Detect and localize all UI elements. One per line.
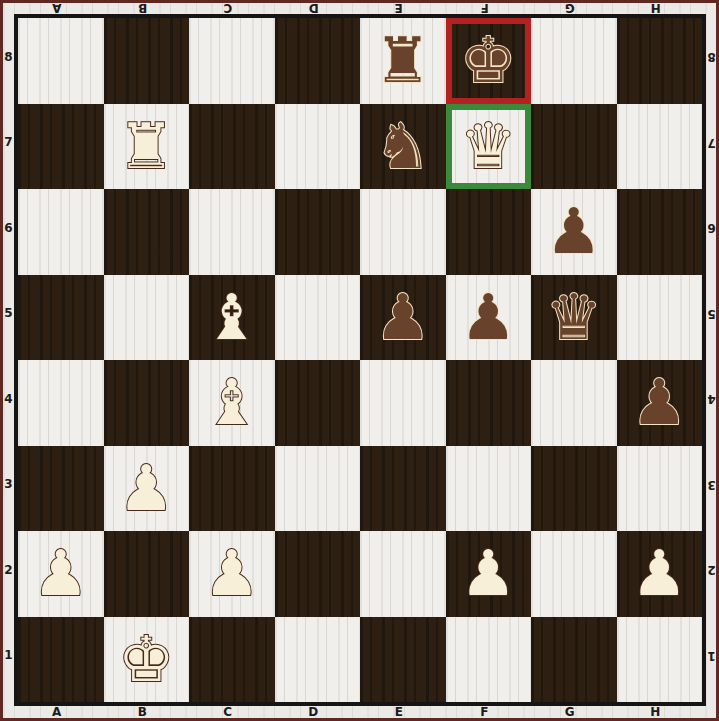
square-b2[interactable] (104, 531, 190, 617)
file-label: B (100, 705, 186, 718)
rank-label: 3 (3, 442, 14, 528)
rank-label: 6 (705, 185, 718, 271)
square-b7[interactable]: ♜ (104, 104, 190, 190)
square-e1[interactable] (360, 617, 446, 703)
square-g5[interactable]: ♛ (531, 275, 617, 361)
piece-black-pawn[interactable]: ♟ (375, 286, 431, 349)
rank-label: 7 (3, 100, 14, 186)
square-e8[interactable]: ♜ (360, 18, 446, 104)
square-f5[interactable]: ♟ (446, 275, 532, 361)
square-c4[interactable]: ♝ (189, 360, 275, 446)
square-a1[interactable] (18, 617, 104, 703)
square-f3[interactable] (446, 446, 532, 532)
ranks-left: 87654321 (3, 14, 14, 706)
piece-white-bishop[interactable]: ♝ (204, 371, 260, 434)
square-c6[interactable] (189, 189, 275, 275)
piece-white-queen[interactable]: ♛ (460, 115, 516, 178)
file-label: F (442, 705, 528, 718)
square-f8[interactable]: ♚ (446, 18, 532, 104)
piece-white-pawn[interactable]: ♟ (460, 542, 516, 605)
square-h4[interactable]: ♟ (617, 360, 703, 446)
rank-label: 1 (705, 613, 718, 699)
square-b6[interactable] (104, 189, 190, 275)
square-a7[interactable] (18, 104, 104, 190)
piece-black-queen[interactable]: ♛ (546, 286, 602, 349)
square-h8[interactable] (617, 18, 703, 104)
file-label: A (14, 705, 100, 718)
files-bottom: ABCDEFGH (14, 705, 706, 718)
piece-black-knight[interactable]: ♞ (375, 115, 431, 178)
square-f7[interactable]: ♛ (446, 104, 532, 190)
rank-label: 4 (705, 356, 718, 442)
piece-white-bishop[interactable]: ♝ (204, 286, 260, 349)
square-f6[interactable] (446, 189, 532, 275)
square-a3[interactable] (18, 446, 104, 532)
square-f1[interactable] (446, 617, 532, 703)
file-label: F (442, 3, 528, 14)
square-h6[interactable] (617, 189, 703, 275)
piece-black-king[interactable]: ♚ (460, 29, 516, 92)
file-label: C (185, 705, 271, 718)
file-label: B (100, 3, 186, 14)
file-label: H (613, 3, 699, 14)
piece-white-pawn[interactable]: ♟ (118, 457, 174, 520)
square-d2[interactable] (275, 531, 361, 617)
piece-black-pawn[interactable]: ♟ (546, 200, 602, 263)
square-g4[interactable] (531, 360, 617, 446)
square-g3[interactable] (531, 446, 617, 532)
file-label: D (271, 3, 357, 14)
ranks-right: 87654321 (705, 14, 718, 706)
square-e4[interactable] (360, 360, 446, 446)
rank-label: 2 (3, 527, 14, 613)
file-label: E (356, 3, 442, 14)
file-label: G (527, 705, 613, 718)
square-a4[interactable] (18, 360, 104, 446)
piece-black-rook[interactable]: ♜ (375, 29, 431, 92)
square-g6[interactable]: ♟ (531, 189, 617, 275)
square-e2[interactable] (360, 531, 446, 617)
square-h7[interactable] (617, 104, 703, 190)
rank-label: 8 (705, 14, 718, 100)
square-e5[interactable]: ♟ (360, 275, 446, 361)
file-label: E (356, 705, 442, 718)
square-c1[interactable] (189, 617, 275, 703)
square-e7[interactable]: ♞ (360, 104, 446, 190)
chess-board: ABCDEFGH ABCDEFGH 87654321 87654321 ♜♚♜♞… (0, 0, 719, 721)
square-a2[interactable]: ♟ (18, 531, 104, 617)
square-c3[interactable] (189, 446, 275, 532)
square-c5[interactable]: ♝ (189, 275, 275, 361)
square-h3[interactable] (617, 446, 703, 532)
square-d4[interactable] (275, 360, 361, 446)
square-d6[interactable] (275, 189, 361, 275)
rank-label: 1 (3, 613, 14, 699)
square-f2[interactable]: ♟ (446, 531, 532, 617)
piece-black-pawn[interactable]: ♟ (631, 371, 687, 434)
square-g1[interactable] (531, 617, 617, 703)
square-a5[interactable] (18, 275, 104, 361)
square-e3[interactable] (360, 446, 446, 532)
square-g8[interactable] (531, 18, 617, 104)
file-label: C (185, 3, 271, 14)
piece-white-pawn[interactable]: ♟ (204, 542, 260, 605)
rank-label: 5 (705, 271, 718, 357)
square-g2[interactable] (531, 531, 617, 617)
square-c2[interactable]: ♟ (189, 531, 275, 617)
square-b1[interactable]: ♚ (104, 617, 190, 703)
square-g7[interactable] (531, 104, 617, 190)
piece-white-pawn[interactable]: ♟ (631, 542, 687, 605)
square-e6[interactable] (360, 189, 446, 275)
square-h1[interactable] (617, 617, 703, 703)
square-d8[interactable] (275, 18, 361, 104)
piece-white-pawn[interactable]: ♟ (33, 542, 89, 605)
rank-label: 4 (3, 356, 14, 442)
square-h2[interactable]: ♟ (617, 531, 703, 617)
square-d3[interactable] (275, 446, 361, 532)
square-d5[interactable] (275, 275, 361, 361)
rank-label: 7 (705, 100, 718, 186)
files-top: ABCDEFGH (14, 3, 706, 14)
square-b5[interactable] (104, 275, 190, 361)
piece-white-king[interactable]: ♚ (118, 628, 174, 691)
rank-label: 5 (3, 271, 14, 357)
file-label: A (14, 3, 100, 14)
square-f4[interactable] (446, 360, 532, 446)
board-grid: ♜♚♜♞♛♟♝♟♟♛♝♟♟♟♟♟♟♚ (14, 14, 706, 706)
rank-label: 3 (705, 442, 718, 528)
square-a6[interactable] (18, 189, 104, 275)
square-b8[interactable] (104, 18, 190, 104)
square-a8[interactable] (18, 18, 104, 104)
rank-label: 6 (3, 185, 14, 271)
file-label: H (613, 705, 699, 718)
file-label: G (527, 3, 613, 14)
square-c7[interactable] (189, 104, 275, 190)
piece-black-pawn[interactable]: ♟ (460, 286, 516, 349)
square-d7[interactable] (275, 104, 361, 190)
rank-label: 2 (705, 527, 718, 613)
file-label: D (271, 705, 357, 718)
square-d1[interactable] (275, 617, 361, 703)
square-b4[interactable] (104, 360, 190, 446)
square-h5[interactable] (617, 275, 703, 361)
square-c8[interactable] (189, 18, 275, 104)
square-b3[interactable]: ♟ (104, 446, 190, 532)
rank-label: 8 (3, 14, 14, 100)
piece-white-rook[interactable]: ♜ (118, 115, 174, 178)
